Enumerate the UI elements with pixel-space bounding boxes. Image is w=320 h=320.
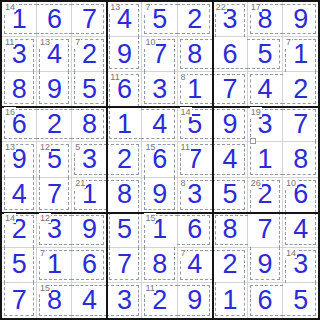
cell-digit: 1 <box>258 146 273 173</box>
cell-r1c3[interactable]: 7 <box>72 2 107 37</box>
cell-digit: 2 <box>117 146 132 173</box>
cell-digit: 9 <box>82 216 97 243</box>
cell-r5c4[interactable]: 2 <box>107 142 142 177</box>
cell-r9c3[interactable]: 4 <box>72 283 107 318</box>
cage-corner-artifact <box>250 138 256 144</box>
cell-digit: 5 <box>258 41 273 68</box>
cell-digit: 8 <box>222 216 237 243</box>
cell-r8c3[interactable]: 6 <box>72 248 107 283</box>
cell-digit: 7 <box>82 6 97 33</box>
cage-sum-label: 11 <box>4 37 15 47</box>
cell-r9c1[interactable]: 7 <box>2 283 37 318</box>
cage-sum-label: 14 <box>4 2 16 12</box>
cage-sum-label: 11 <box>180 142 191 152</box>
cage-sum-label: 10 <box>285 178 297 188</box>
cell-r8c7[interactable]: 2 <box>213 248 248 283</box>
cell-r9c8[interactable]: 6 <box>248 283 283 318</box>
cage-sum-label: 17 <box>250 2 262 12</box>
cell-digit: 8 <box>187 41 202 68</box>
cell-r5c9[interactable]: 8 <box>283 142 318 177</box>
cage-sum-label: 13 <box>4 142 16 152</box>
cell-r6c1[interactable]: 4 <box>2 178 37 213</box>
cell-r9c7[interactable]: 1 <box>213 283 248 318</box>
killer-sudoku-board: 1416713475222317891131347291078657189511… <box>0 0 320 320</box>
cell-r4c3[interactable]: 8 <box>72 107 107 142</box>
cell-r4c4[interactable]: 1 <box>107 107 142 142</box>
cell-r4c2[interactable]: 2 <box>37 107 72 142</box>
cell-digit: 6 <box>222 41 237 68</box>
cell-digit: 9 <box>47 76 62 103</box>
cell-digit: 8 <box>117 181 132 208</box>
cell-r7c7[interactable]: 8 <box>213 213 248 248</box>
cell-digit: 5 <box>222 181 237 208</box>
cell-digit: 3 <box>117 287 132 314</box>
cell-digit: 6 <box>82 251 97 278</box>
cage-sum-label: 13 <box>109 2 121 12</box>
cell-digit: 8 <box>82 111 97 138</box>
cell-digit: 1 <box>47 251 62 278</box>
cell-digit: 4 <box>222 146 237 173</box>
cell-r2c4[interactable]: 9 <box>107 37 142 72</box>
cage-sum-label: 19 <box>250 107 262 117</box>
cell-r3c1[interactable]: 8 <box>2 72 37 107</box>
cage-sum-label: 10 <box>144 37 156 47</box>
cell-r8c8[interactable]: 9 <box>248 248 283 283</box>
cage-sum-label: 8 <box>180 178 187 188</box>
cage-sum-label: 7 <box>144 2 151 12</box>
cell-r6c9[interactable]: 106 <box>283 178 318 213</box>
cage-sum-label: 14 <box>180 107 192 117</box>
cell-r6c5[interactable]: 9 <box>142 178 177 213</box>
cell-digit: 7 <box>258 216 273 243</box>
cell-r4c9[interactable]: 7 <box>283 107 318 142</box>
cell-r9c6[interactable]: 9 <box>178 283 213 318</box>
cell-r8c2[interactable]: 71 <box>37 248 72 283</box>
cell-r5c3[interactable]: 53 <box>72 142 107 177</box>
cell-r3c2[interactable]: 9 <box>37 72 72 107</box>
cell-r3c5[interactable]: 3 <box>142 72 177 107</box>
cell-r5c5[interactable]: 156 <box>142 142 177 177</box>
cell-digit: 5 <box>117 216 132 243</box>
cell-r8c6[interactable]: 74 <box>178 248 213 283</box>
cell-r9c5[interactable]: 112 <box>142 283 177 318</box>
cell-digit: 9 <box>187 287 202 314</box>
cage-sum-label: 11 <box>144 283 155 293</box>
cage-sum-label: 21 <box>74 178 86 188</box>
cell-r7c4[interactable]: 5 <box>107 213 142 248</box>
cage-sum-label: 26 <box>250 178 262 188</box>
cell-digit: 5 <box>152 6 167 33</box>
cell-digit: 1 <box>187 76 202 103</box>
cell-r3c4[interactable]: 116 <box>107 72 142 107</box>
cage-sum-label: 7 <box>180 248 187 258</box>
cell-digit: 6 <box>258 287 273 314</box>
cell-digit: 9 <box>258 251 273 278</box>
cell-r6c4[interactable]: 8 <box>107 178 142 213</box>
cell-r5c6[interactable]: 117 <box>178 142 213 177</box>
cell-digit: 4 <box>12 181 27 208</box>
cell-r6c7[interactable]: 5 <box>213 178 248 213</box>
cell-digit: 4 <box>293 216 308 243</box>
cell-r4c7[interactable]: 9 <box>213 107 248 142</box>
cell-r1c9[interactable]: 9 <box>283 2 318 37</box>
cell-digit: 7 <box>12 287 27 314</box>
cell-r2c7[interactable]: 6 <box>213 37 248 72</box>
cell-r5c7[interactable]: 4 <box>213 142 248 177</box>
cage-sum-label: 7 <box>285 37 292 47</box>
cell-digit: 3 <box>187 181 202 208</box>
cell-digit: 9 <box>222 111 237 138</box>
cage-sum-label: 14 <box>285 248 297 258</box>
cell-r9c2[interactable]: 158 <box>37 283 72 318</box>
cell-r2c9[interactable]: 71 <box>283 37 318 72</box>
cell-digit: 2 <box>293 76 308 103</box>
cell-digit: 9 <box>152 181 167 208</box>
cell-r7c8[interactable]: 7 <box>248 213 283 248</box>
cell-digit: 8 <box>12 76 27 103</box>
cell-r2c1[interactable]: 113 <box>2 37 37 72</box>
cell-r1c7[interactable]: 223 <box>213 2 248 37</box>
cell-digit: 7 <box>222 76 237 103</box>
cell-r1c8[interactable]: 178 <box>248 2 283 37</box>
cell-r7c5[interactable]: 151 <box>142 213 177 248</box>
cage-sum-label: 7 <box>74 37 81 47</box>
cell-digit: 7 <box>47 181 62 208</box>
cell-r5c2[interactable]: 125 <box>37 142 72 177</box>
cell-digit: 6 <box>187 216 202 243</box>
cell-r1c1[interactable]: 141 <box>2 2 37 37</box>
cell-digit: 4 <box>258 76 273 103</box>
cell-r8c9[interactable]: 143 <box>283 248 318 283</box>
cell-r8c4[interactable]: 7 <box>107 248 142 283</box>
cell-r6c3[interactable]: 211 <box>72 178 107 213</box>
cage-sum-label: 15 <box>144 213 156 223</box>
cell-r5c8[interactable]: 1 <box>248 142 283 177</box>
cage-sum-label: 5 <box>74 142 81 152</box>
cell-r7c2[interactable]: 123 <box>37 213 72 248</box>
cage-sum-label: 12 <box>39 213 51 223</box>
cell-r3c9[interactable]: 2 <box>283 72 318 107</box>
cell-r2c3[interactable]: 72 <box>72 37 107 72</box>
cell-r1c4[interactable]: 134 <box>107 2 142 37</box>
cell-r2c5[interactable]: 107 <box>142 37 177 72</box>
cage-sum-label: 13 <box>39 37 51 47</box>
cell-r8c1[interactable]: 5 <box>2 248 37 283</box>
cell-r3c6[interactable]: 81 <box>178 72 213 107</box>
cell-digit: 1 <box>293 41 308 68</box>
cage-sum-label: 15 <box>39 283 51 293</box>
cell-digit: 7 <box>293 111 308 138</box>
cell-digit: 6 <box>47 6 62 33</box>
cell-digit: 5 <box>293 287 308 314</box>
cell-r9c4[interactable]: 3 <box>107 283 142 318</box>
cell-r4c6[interactable]: 145 <box>178 107 213 142</box>
cell-r6c8[interactable]: 262 <box>248 178 283 213</box>
cell-r2c6[interactable]: 8 <box>178 37 213 72</box>
cage-sum-label: 22 <box>215 2 227 12</box>
cell-digit: 2 <box>82 41 97 68</box>
cell-digit: 7 <box>117 251 132 278</box>
cell-r2c2[interactable]: 134 <box>37 37 72 72</box>
cell-r8c5[interactable]: 8 <box>142 248 177 283</box>
cell-digit: 5 <box>82 76 97 103</box>
cell-digit: 4 <box>82 287 97 314</box>
cage-sum-label: 7 <box>39 248 46 258</box>
cage-sum-label: 11 <box>109 72 120 82</box>
cell-digit: 2 <box>222 251 237 278</box>
cell-digit: 1 <box>117 111 132 138</box>
cell-r7c1[interactable]: 142 <box>2 213 37 248</box>
cell-r9c9[interactable]: 5 <box>283 283 318 318</box>
cell-r7c9[interactable]: 4 <box>283 213 318 248</box>
cell-r1c2[interactable]: 6 <box>37 2 72 37</box>
cage-sum-label: 8 <box>180 72 187 82</box>
cell-r4c5[interactable]: 4 <box>142 107 177 142</box>
cell-r7c6[interactable]: 6 <box>178 213 213 248</box>
cell-r2c8[interactable]: 5 <box>248 37 283 72</box>
cell-digit: 4 <box>152 111 167 138</box>
cell-r1c6[interactable]: 2 <box>178 2 213 37</box>
cell-digit: 9 <box>293 6 308 33</box>
cell-digit: 3 <box>152 76 167 103</box>
cell-r3c7[interactable]: 7 <box>213 72 248 107</box>
sudoku-grid: 1416713475222317891131347291078657189511… <box>2 2 318 318</box>
cell-digit: 1 <box>222 287 237 314</box>
cage-sum-label: 16 <box>4 107 16 117</box>
cell-r3c3[interactable]: 5 <box>72 72 107 107</box>
cell-r1c5[interactable]: 75 <box>142 2 177 37</box>
cell-r5c1[interactable]: 139 <box>2 142 37 177</box>
cell-r3c8[interactable]: 4 <box>248 72 283 107</box>
cell-r6c6[interactable]: 83 <box>178 178 213 213</box>
cell-digit: 9 <box>117 41 132 68</box>
cell-r4c1[interactable]: 166 <box>2 107 37 142</box>
cell-digit: 2 <box>187 6 202 33</box>
cage-sum-label: 14 <box>4 213 16 223</box>
cell-digit: 8 <box>293 146 308 173</box>
cell-digit: 4 <box>187 251 202 278</box>
cell-digit: 3 <box>82 146 97 173</box>
cell-digit: 2 <box>47 111 62 138</box>
cell-digit: 8 <box>152 251 167 278</box>
cell-r6c2[interactable]: 7 <box>37 178 72 213</box>
cell-r7c3[interactable]: 9 <box>72 213 107 248</box>
cage-sum-label: 12 <box>39 142 51 152</box>
cage-sum-label: 15 <box>144 142 156 152</box>
cell-digit: 5 <box>12 251 27 278</box>
